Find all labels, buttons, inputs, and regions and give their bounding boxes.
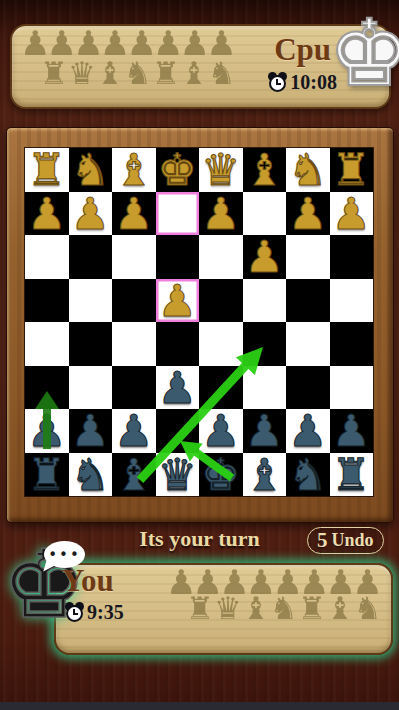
square-r6c7[interactable]: [286, 366, 330, 410]
piece-gold-rook: ♜: [25, 148, 69, 192]
alarm-clock-icon: [66, 605, 83, 622]
square-r1c5[interactable]: ♛: [199, 148, 243, 192]
square-r8c6[interactable]: ♝: [243, 453, 287, 497]
square-r6c4[interactable]: ♟: [156, 366, 200, 410]
square-r7c8[interactable]: ♟: [330, 409, 374, 453]
ghost-bishop-icon: ♝: [242, 593, 270, 624]
square-r6c1[interactable]: [25, 366, 69, 410]
square-r6c2[interactable]: [69, 366, 113, 410]
ghost-knight-icon: ♞: [124, 58, 152, 89]
board: ♜♞♝♚♛♝♞♜♟♟♟♟♟♟♟♟♟♟♟♟♟♟♟♟♜♞♝♛♚♝♞♜: [25, 148, 373, 496]
piece-gold-bishop: ♝: [112, 148, 156, 192]
square-r2c7[interactable]: ♟: [286, 192, 330, 236]
piece-gold-queen: ♛: [199, 148, 243, 192]
piece-teal-pawn: ♟: [199, 409, 243, 453]
piece-teal-pawn: ♟: [112, 409, 156, 453]
piece-teal-bishop: ♝: [243, 453, 287, 497]
piece-teal-king: ♚: [199, 453, 243, 497]
square-r5c8[interactable]: [330, 322, 374, 366]
square-r5c1[interactable]: [25, 322, 69, 366]
square-r1c2[interactable]: ♞: [69, 148, 113, 192]
piece-teal-rook: ♜: [330, 453, 374, 497]
you-name-label: You: [62, 565, 114, 596]
square-r8c7[interactable]: ♞: [286, 453, 330, 497]
square-r2c4[interactable]: [156, 192, 200, 236]
you-clock: 9:35: [66, 602, 124, 622]
ghost-knight-icon: ♞: [208, 58, 236, 89]
piece-teal-bishop: ♝: [112, 453, 156, 497]
square-r3c4[interactable]: [156, 235, 200, 279]
square-r8c8[interactable]: ♜: [330, 453, 374, 497]
cpu-white-king-avatar: ♚: [328, 8, 399, 100]
square-r2c1[interactable]: ♟: [25, 192, 69, 236]
square-r7c3[interactable]: ♟: [112, 409, 156, 453]
undo-button[interactable]: 5 Undo: [307, 527, 384, 554]
ghost-knight-icon: ♞: [270, 593, 298, 624]
square-r8c2[interactable]: ♞: [69, 453, 113, 497]
piece-gold-pawn: ♟: [112, 192, 156, 236]
piece-teal-knight: ♞: [69, 453, 113, 497]
piece-teal-pawn: ♟: [69, 409, 113, 453]
chat-dots: •••: [48, 550, 81, 560]
ghost-bishop-icon: ♝: [180, 58, 208, 89]
piece-gold-pawn: ♟: [199, 192, 243, 236]
piece-teal-pawn: ♟: [25, 409, 69, 453]
square-r8c3[interactable]: ♝: [112, 453, 156, 497]
square-r2c3[interactable]: ♟: [112, 192, 156, 236]
you-tray-piece-row: ♜♛♝♞♜♝♞: [186, 593, 382, 624]
square-r3c8[interactable]: [330, 235, 374, 279]
undo-label: Undo: [332, 530, 374, 551]
square-r4c7[interactable]: [286, 279, 330, 323]
piece-teal-knight: ♞: [286, 453, 330, 497]
square-r7c6[interactable]: ♟: [243, 409, 287, 453]
square-r3c6[interactable]: ♟: [243, 235, 287, 279]
piece-teal-rook: ♜: [25, 453, 69, 497]
square-r7c5[interactable]: ♟: [199, 409, 243, 453]
square-r7c2[interactable]: ♟: [69, 409, 113, 453]
square-r4c2[interactable]: [69, 279, 113, 323]
square-r1c4[interactable]: ♚: [156, 148, 200, 192]
square-r2c6[interactable]: [243, 192, 287, 236]
ghost-bishop-icon: ♝: [326, 593, 354, 624]
ghost-knight-icon: ♞: [354, 593, 382, 624]
square-r6c5[interactable]: [199, 366, 243, 410]
ghost-rook-icon: ♜: [298, 593, 326, 624]
square-r4c5[interactable]: [199, 279, 243, 323]
square-r5c6[interactable]: [243, 322, 287, 366]
piece-gold-king: ♚: [156, 148, 200, 192]
piece-gold-rook: ♜: [330, 148, 374, 192]
piece-gold-pawn: ♟: [25, 192, 69, 236]
square-r5c7[interactable]: [286, 322, 330, 366]
square-r7c7[interactable]: ♟: [286, 409, 330, 453]
piece-gold-knight: ♞: [286, 148, 330, 192]
square-r7c4[interactable]: [156, 409, 200, 453]
square-r5c2[interactable]: [69, 322, 113, 366]
square-r1c6[interactable]: ♝: [243, 148, 287, 192]
square-r8c5[interactable]: ♚: [199, 453, 243, 497]
piece-teal-pawn: ♟: [243, 409, 287, 453]
ghost-rook-icon: ♜: [186, 593, 214, 624]
square-r3c7[interactable]: [286, 235, 330, 279]
piece-gold-pawn: ♟: [243, 235, 287, 279]
square-r1c1[interactable]: ♜: [25, 148, 69, 192]
ghost-bishop-icon: ♝: [96, 58, 124, 89]
square-r1c8[interactable]: ♜: [330, 148, 374, 192]
square-r2c8[interactable]: ♟: [330, 192, 374, 236]
piece-gold-pawn: ♟: [330, 192, 374, 236]
piece-gold-knight: ♞: [69, 148, 113, 192]
piece-teal-pawn: ♟: [330, 409, 374, 453]
undo-count: 5: [317, 528, 328, 553]
square-r1c7[interactable]: ♞: [286, 148, 330, 192]
you-clock-time: 9:35: [87, 601, 124, 623]
square-r8c1[interactable]: ♜: [25, 453, 69, 497]
square-r5c4[interactable]: [156, 322, 200, 366]
square-r6c6[interactable]: [243, 366, 287, 410]
cpu-name-label: Cpu: [274, 34, 331, 65]
cpu-tray-piece-row: ♜♛♝♞♜♝♞: [40, 58, 236, 89]
square-r2c5[interactable]: ♟: [199, 192, 243, 236]
ghost-queen-icon: ♛: [68, 58, 96, 89]
ghost-rook-icon: ♜: [40, 58, 68, 89]
square-r4c4[interactable]: ♟: [156, 279, 200, 323]
chat-bubble-button[interactable]: •••: [44, 541, 85, 568]
square-r6c8[interactable]: [330, 366, 374, 410]
square-r2c2[interactable]: ♟: [69, 192, 113, 236]
square-r7c1[interactable]: ♟: [25, 409, 69, 453]
ghost-queen-icon: ♛: [214, 593, 242, 624]
square-r5c3[interactable]: [112, 322, 156, 366]
piece-gold-pawn: ♟: [286, 192, 330, 236]
square-r3c5[interactable]: [199, 235, 243, 279]
square-r1c3[interactable]: ♝: [112, 148, 156, 192]
alarm-clock-icon: [269, 75, 286, 92]
piece-gold-pawn: ♟: [69, 192, 113, 236]
square-r4c3[interactable]: [112, 279, 156, 323]
piece-gold-bishop: ♝: [243, 148, 287, 192]
bottom-nav-strip: [0, 702, 399, 710]
piece-teal-queen: ♛: [156, 453, 200, 497]
square-r4c6[interactable]: [243, 279, 287, 323]
square-r3c3[interactable]: [112, 235, 156, 279]
square-r6c3[interactable]: [112, 366, 156, 410]
square-r3c2[interactable]: [69, 235, 113, 279]
piece-teal-pawn: ♟: [156, 366, 200, 410]
piece-teal-pawn: ♟: [286, 409, 330, 453]
ghost-rook-icon: ♜: [152, 58, 180, 89]
square-r4c1[interactable]: [25, 279, 69, 323]
square-r4c8[interactable]: [330, 279, 374, 323]
square-r3c1[interactable]: [25, 235, 69, 279]
square-r5c5[interactable]: [199, 322, 243, 366]
cpu-clock: 10:08: [269, 72, 337, 92]
square-r8c4[interactable]: ♛: [156, 453, 200, 497]
piece-gold-pawn: ♟: [156, 279, 200, 323]
app-screen: ♟♟♟♟♟♟♟♟ ♜♛♝♞♜♝♞ Cpu 10:08 ♚ ♜♞♝♚♛♝♞♜♟♟♟…: [0, 0, 399, 710]
